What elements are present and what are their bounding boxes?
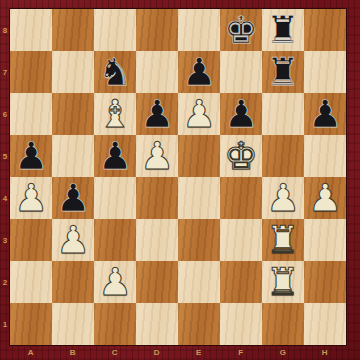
square-c7[interactable]: ♞ bbox=[94, 51, 136, 93]
square-h2[interactable] bbox=[304, 261, 346, 303]
file-label-b: B bbox=[52, 345, 94, 360]
square-c3[interactable] bbox=[94, 219, 136, 261]
square-h5[interactable] bbox=[304, 135, 346, 177]
square-f6[interactable]: ♟ bbox=[220, 93, 262, 135]
square-e4[interactable] bbox=[178, 177, 220, 219]
square-d6[interactable]: ♟ bbox=[136, 93, 178, 135]
piece-black-pawn-b4[interactable]: ♟ bbox=[52, 177, 94, 219]
square-f2[interactable] bbox=[220, 261, 262, 303]
square-a1[interactable] bbox=[10, 303, 52, 345]
square-b8[interactable] bbox=[52, 9, 94, 51]
square-c6[interactable]: ♝ bbox=[94, 93, 136, 135]
piece-black-pawn-d6[interactable]: ♟ bbox=[136, 93, 178, 135]
piece-white-bishop-c6[interactable]: ♝ bbox=[94, 93, 136, 135]
rank-coordinates: 87654321 bbox=[0, 9, 10, 345]
piece-black-pawn-h6[interactable]: ♟ bbox=[304, 93, 346, 135]
square-c8[interactable] bbox=[94, 9, 136, 51]
square-d8[interactable] bbox=[136, 9, 178, 51]
square-a3[interactable] bbox=[10, 219, 52, 261]
square-b1[interactable] bbox=[52, 303, 94, 345]
square-d2[interactable] bbox=[136, 261, 178, 303]
square-f8[interactable]: ♚ bbox=[220, 9, 262, 51]
rank-label-1: 1 bbox=[0, 303, 10, 345]
board-frame: ♚♜♞♟♜♝♟♟♟♟♟♟♟♚♟♟♟♟♟♜♟♜ 87654321 ABCDEFGH bbox=[0, 0, 360, 360]
square-e2[interactable] bbox=[178, 261, 220, 303]
square-e8[interactable] bbox=[178, 9, 220, 51]
square-g7[interactable]: ♜ bbox=[262, 51, 304, 93]
square-f4[interactable] bbox=[220, 177, 262, 219]
square-a6[interactable] bbox=[10, 93, 52, 135]
piece-white-pawn-c2[interactable]: ♟ bbox=[94, 261, 136, 303]
square-d7[interactable] bbox=[136, 51, 178, 93]
rank-label-4: 4 bbox=[0, 177, 10, 219]
square-h1[interactable] bbox=[304, 303, 346, 345]
square-f7[interactable] bbox=[220, 51, 262, 93]
rank-label-2: 2 bbox=[0, 261, 10, 303]
piece-white-pawn-b3[interactable]: ♟ bbox=[52, 219, 94, 261]
file-coordinates: ABCDEFGH bbox=[10, 345, 346, 360]
square-d1[interactable] bbox=[136, 303, 178, 345]
square-g5[interactable] bbox=[262, 135, 304, 177]
square-b6[interactable] bbox=[52, 93, 94, 135]
square-e5[interactable] bbox=[178, 135, 220, 177]
file-label-d: D bbox=[136, 345, 178, 360]
square-f1[interactable] bbox=[220, 303, 262, 345]
square-a4[interactable]: ♟ bbox=[10, 177, 52, 219]
piece-white-king-f5[interactable]: ♚ bbox=[220, 135, 262, 177]
square-d5[interactable]: ♟ bbox=[136, 135, 178, 177]
square-g2[interactable]: ♜ bbox=[262, 261, 304, 303]
file-label-f: F bbox=[220, 345, 262, 360]
square-e1[interactable] bbox=[178, 303, 220, 345]
piece-white-pawn-d5[interactable]: ♟ bbox=[136, 135, 178, 177]
square-e7[interactable]: ♟ bbox=[178, 51, 220, 93]
piece-white-pawn-e6[interactable]: ♟ bbox=[178, 93, 220, 135]
rank-label-7: 7 bbox=[0, 51, 10, 93]
square-b4[interactable]: ♟ bbox=[52, 177, 94, 219]
square-d4[interactable] bbox=[136, 177, 178, 219]
square-b2[interactable] bbox=[52, 261, 94, 303]
piece-black-rook-g8[interactable]: ♜ bbox=[262, 9, 304, 51]
piece-black-pawn-c5[interactable]: ♟ bbox=[94, 135, 136, 177]
square-c2[interactable]: ♟ bbox=[94, 261, 136, 303]
square-g8[interactable]: ♜ bbox=[262, 9, 304, 51]
piece-black-pawn-f6[interactable]: ♟ bbox=[220, 93, 262, 135]
square-h6[interactable]: ♟ bbox=[304, 93, 346, 135]
square-e6[interactable]: ♟ bbox=[178, 93, 220, 135]
file-label-h: H bbox=[304, 345, 346, 360]
square-b7[interactable] bbox=[52, 51, 94, 93]
file-label-e: E bbox=[178, 345, 220, 360]
square-d3[interactable] bbox=[136, 219, 178, 261]
square-c5[interactable]: ♟ bbox=[94, 135, 136, 177]
square-g3[interactable]: ♜ bbox=[262, 219, 304, 261]
square-f5[interactable]: ♚ bbox=[220, 135, 262, 177]
file-label-c: C bbox=[94, 345, 136, 360]
square-h4[interactable]: ♟ bbox=[304, 177, 346, 219]
square-c1[interactable] bbox=[94, 303, 136, 345]
square-h8[interactable] bbox=[304, 9, 346, 51]
square-h3[interactable] bbox=[304, 219, 346, 261]
rank-label-3: 3 bbox=[0, 219, 10, 261]
rank-label-6: 6 bbox=[0, 93, 10, 135]
square-a8[interactable] bbox=[10, 9, 52, 51]
square-a5[interactable]: ♟ bbox=[10, 135, 52, 177]
rank-label-8: 8 bbox=[0, 9, 10, 51]
square-g4[interactable]: ♟ bbox=[262, 177, 304, 219]
square-g1[interactable] bbox=[262, 303, 304, 345]
square-b3[interactable]: ♟ bbox=[52, 219, 94, 261]
square-e3[interactable] bbox=[178, 219, 220, 261]
piece-white-pawn-h4[interactable]: ♟ bbox=[304, 177, 346, 219]
square-c4[interactable] bbox=[94, 177, 136, 219]
piece-black-king-f8[interactable]: ♚ bbox=[220, 9, 262, 51]
rank-label-5: 5 bbox=[0, 135, 10, 177]
piece-black-pawn-e7[interactable]: ♟ bbox=[178, 51, 220, 93]
square-g6[interactable] bbox=[262, 93, 304, 135]
file-label-g: G bbox=[262, 345, 304, 360]
piece-white-rook-g3[interactable]: ♜ bbox=[262, 219, 304, 261]
piece-white-rook-g2[interactable]: ♜ bbox=[262, 261, 304, 303]
square-b5[interactable] bbox=[52, 135, 94, 177]
piece-white-pawn-a4[interactable]: ♟ bbox=[10, 177, 52, 219]
piece-white-pawn-g4[interactable]: ♟ bbox=[262, 177, 304, 219]
square-a7[interactable] bbox=[10, 51, 52, 93]
piece-black-knight-c7[interactable]: ♞ bbox=[94, 51, 136, 93]
square-f3[interactable] bbox=[220, 219, 262, 261]
piece-black-rook-g7[interactable]: ♜ bbox=[262, 51, 304, 93]
piece-black-pawn-a5[interactable]: ♟ bbox=[10, 135, 52, 177]
file-label-a: A bbox=[10, 345, 52, 360]
square-a2[interactable] bbox=[10, 261, 52, 303]
chess-board: ♚♜♞♟♜♝♟♟♟♟♟♟♟♚♟♟♟♟♟♜♟♜ bbox=[10, 9, 346, 345]
square-h7[interactable] bbox=[304, 51, 346, 93]
